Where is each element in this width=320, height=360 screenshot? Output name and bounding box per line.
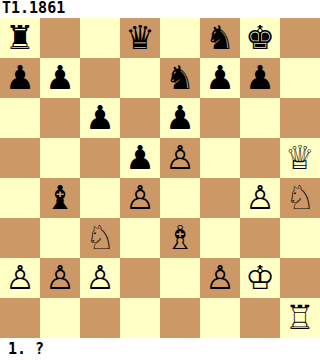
square-a1[interactable] [0, 298, 40, 338]
square-e6[interactable]: ♟ [160, 98, 200, 138]
square-f1[interactable] [200, 298, 240, 338]
square-d2[interactable] [120, 258, 160, 298]
square-f3[interactable] [200, 218, 240, 258]
square-e4[interactable] [160, 178, 200, 218]
piece-white-knight: ♘ [80, 218, 120, 258]
piece-black-pawn: ♟ [160, 98, 200, 138]
square-b4[interactable]: ♝ [40, 178, 80, 218]
square-c2[interactable]: ♙ [80, 258, 120, 298]
square-e8[interactable] [160, 18, 200, 58]
square-g7[interactable]: ♟ [240, 58, 280, 98]
square-h4[interactable]: ♘ [280, 178, 320, 218]
square-a2[interactable]: ♙ [0, 258, 40, 298]
move-prompt: 1. ? [0, 338, 320, 360]
piece-white-pawn: ♙ [200, 258, 240, 298]
square-h7[interactable] [280, 58, 320, 98]
square-h8[interactable] [280, 18, 320, 58]
square-g6[interactable] [240, 98, 280, 138]
square-e1[interactable] [160, 298, 200, 338]
piece-white-pawn: ♙ [40, 258, 80, 298]
square-c5[interactable] [80, 138, 120, 178]
square-b7[interactable]: ♟ [40, 58, 80, 98]
square-b1[interactable] [40, 298, 80, 338]
square-c7[interactable] [80, 58, 120, 98]
square-d6[interactable] [120, 98, 160, 138]
square-g3[interactable] [240, 218, 280, 258]
piece-white-bishop: ♗ [160, 218, 200, 258]
square-d3[interactable] [120, 218, 160, 258]
square-b5[interactable] [40, 138, 80, 178]
square-a5[interactable] [0, 138, 40, 178]
square-d4[interactable]: ♙ [120, 178, 160, 218]
piece-black-knight: ♞ [160, 58, 200, 98]
square-h6[interactable] [280, 98, 320, 138]
square-h3[interactable] [280, 218, 320, 258]
square-f8[interactable]: ♞ [200, 18, 240, 58]
piece-white-queen: ♕ [280, 138, 320, 178]
piece-black-rook: ♜ [0, 18, 40, 58]
piece-black-pawn: ♟ [80, 98, 120, 138]
piece-black-king: ♚ [240, 18, 280, 58]
square-c8[interactable] [80, 18, 120, 58]
square-g8[interactable]: ♚ [240, 18, 280, 58]
square-c3[interactable]: ♘ [80, 218, 120, 258]
piece-black-queen: ♛ [120, 18, 160, 58]
square-f5[interactable] [200, 138, 240, 178]
square-b6[interactable] [40, 98, 80, 138]
square-b2[interactable]: ♙ [40, 258, 80, 298]
square-a6[interactable] [0, 98, 40, 138]
square-a8[interactable]: ♜ [0, 18, 40, 58]
square-g2[interactable]: ♔ [240, 258, 280, 298]
square-h2[interactable] [280, 258, 320, 298]
piece-black-bishop: ♝ [40, 178, 80, 218]
square-f7[interactable]: ♟ [200, 58, 240, 98]
square-a7[interactable]: ♟ [0, 58, 40, 98]
square-b3[interactable] [40, 218, 80, 258]
square-d7[interactable] [120, 58, 160, 98]
square-g5[interactable] [240, 138, 280, 178]
piece-white-pawn: ♙ [80, 258, 120, 298]
square-h1[interactable]: ♖ [280, 298, 320, 338]
piece-white-pawn: ♙ [120, 178, 160, 218]
piece-black-pawn: ♟ [240, 58, 280, 98]
square-c6[interactable]: ♟ [80, 98, 120, 138]
piece-white-knight: ♘ [280, 178, 320, 218]
square-g4[interactable]: ♙ [240, 178, 280, 218]
square-c4[interactable] [80, 178, 120, 218]
square-d1[interactable] [120, 298, 160, 338]
piece-black-pawn: ♟ [0, 58, 40, 98]
square-d8[interactable]: ♛ [120, 18, 160, 58]
square-a3[interactable] [0, 218, 40, 258]
square-e5[interactable]: ♙ [160, 138, 200, 178]
square-b8[interactable] [40, 18, 80, 58]
square-d5[interactable]: ♟ [120, 138, 160, 178]
piece-black-knight: ♞ [200, 18, 240, 58]
piece-black-pawn: ♟ [200, 58, 240, 98]
square-e7[interactable]: ♞ [160, 58, 200, 98]
square-e2[interactable] [160, 258, 200, 298]
piece-white-king: ♔ [240, 258, 280, 298]
piece-white-pawn: ♙ [240, 178, 280, 218]
piece-black-pawn: ♟ [120, 138, 160, 178]
square-f4[interactable] [200, 178, 240, 218]
piece-white-pawn: ♙ [0, 258, 40, 298]
square-c1[interactable] [80, 298, 120, 338]
square-e3[interactable]: ♗ [160, 218, 200, 258]
piece-white-rook: ♖ [280, 298, 320, 338]
puzzle-title: T1.1861 [0, 0, 320, 18]
chess-board: ♜♛♞♚♟♟♞♟♟♟♟♟♙♕♝♙♙♘♘♗♙♙♙♙♔♖ [0, 18, 320, 338]
chess-puzzle-app: T1.1861 ♜♛♞♚♟♟♞♟♟♟♟♟♙♕♝♙♙♘♘♗♙♙♙♙♔♖ 1. ? [0, 0, 320, 360]
square-a4[interactable] [0, 178, 40, 218]
piece-white-pawn: ♙ [160, 138, 200, 178]
piece-black-pawn: ♟ [40, 58, 80, 98]
square-g1[interactable] [240, 298, 280, 338]
square-f6[interactable] [200, 98, 240, 138]
square-f2[interactable]: ♙ [200, 258, 240, 298]
square-h5[interactable]: ♕ [280, 138, 320, 178]
